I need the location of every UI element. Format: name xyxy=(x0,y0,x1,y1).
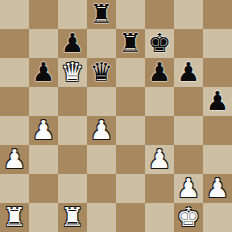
square-e6[interactable] xyxy=(116,58,145,87)
square-a8[interactable] xyxy=(0,0,29,29)
square-b6[interactable]: ♟ xyxy=(29,58,58,87)
square-h1[interactable] xyxy=(203,203,232,232)
square-h4[interactable] xyxy=(203,116,232,145)
square-c6[interactable]: ♛ xyxy=(58,58,87,87)
square-d6[interactable]: ♛ xyxy=(87,58,116,87)
square-d1[interactable] xyxy=(87,203,116,232)
square-f3[interactable]: ♟ xyxy=(145,145,174,174)
piece-white-pawn[interactable]: ♟ xyxy=(177,174,200,203)
piece-black-rook[interactable]: ♜ xyxy=(119,29,142,58)
piece-white-rook[interactable]: ♜ xyxy=(61,203,84,232)
square-h3[interactable] xyxy=(203,145,232,174)
square-c3[interactable] xyxy=(58,145,87,174)
piece-black-rook[interactable]: ♜ xyxy=(90,0,113,29)
square-g2[interactable]: ♟ xyxy=(174,174,203,203)
square-g3[interactable] xyxy=(174,145,203,174)
square-e2[interactable] xyxy=(116,174,145,203)
square-g6[interactable]: ♟ xyxy=(174,58,203,87)
square-a1[interactable]: ♜ xyxy=(0,203,29,232)
square-h2[interactable]: ♟ xyxy=(203,174,232,203)
square-f6[interactable]: ♟ xyxy=(145,58,174,87)
square-e5[interactable] xyxy=(116,87,145,116)
square-a7[interactable] xyxy=(0,29,29,58)
square-b8[interactable] xyxy=(29,0,58,29)
square-c1[interactable]: ♜ xyxy=(58,203,87,232)
square-c7[interactable]: ♟ xyxy=(58,29,87,58)
piece-black-pawn[interactable]: ♟ xyxy=(177,58,200,87)
square-g8[interactable] xyxy=(174,0,203,29)
square-e3[interactable] xyxy=(116,145,145,174)
piece-black-pawn[interactable]: ♟ xyxy=(206,87,229,116)
square-e7[interactable]: ♜ xyxy=(116,29,145,58)
piece-black-queen[interactable]: ♛ xyxy=(90,58,113,87)
square-d7[interactable] xyxy=(87,29,116,58)
square-e1[interactable] xyxy=(116,203,145,232)
square-a6[interactable] xyxy=(0,58,29,87)
piece-white-pawn[interactable]: ♟ xyxy=(3,145,26,174)
square-h6[interactable] xyxy=(203,58,232,87)
square-e8[interactable] xyxy=(116,0,145,29)
square-f5[interactable] xyxy=(145,87,174,116)
square-b2[interactable] xyxy=(29,174,58,203)
square-g4[interactable] xyxy=(174,116,203,145)
square-c4[interactable] xyxy=(58,116,87,145)
square-f1[interactable] xyxy=(145,203,174,232)
square-f7[interactable]: ♚ xyxy=(145,29,174,58)
piece-white-rook[interactable]: ♜ xyxy=(3,203,26,232)
square-b7[interactable] xyxy=(29,29,58,58)
piece-black-pawn[interactable]: ♟ xyxy=(32,58,55,87)
square-h7[interactable] xyxy=(203,29,232,58)
square-b4[interactable]: ♟ xyxy=(29,116,58,145)
square-c2[interactable] xyxy=(58,174,87,203)
square-f4[interactable] xyxy=(145,116,174,145)
square-b5[interactable] xyxy=(29,87,58,116)
square-c5[interactable] xyxy=(58,87,87,116)
square-d4[interactable]: ♟ xyxy=(87,116,116,145)
piece-white-pawn[interactable]: ♟ xyxy=(206,174,229,203)
square-f2[interactable] xyxy=(145,174,174,203)
square-g5[interactable] xyxy=(174,87,203,116)
square-d8[interactable]: ♜ xyxy=(87,0,116,29)
square-d5[interactable] xyxy=(87,87,116,116)
square-f8[interactable] xyxy=(145,0,174,29)
square-g1[interactable]: ♚ xyxy=(174,203,203,232)
piece-white-king[interactable]: ♚ xyxy=(177,203,200,232)
square-d2[interactable] xyxy=(87,174,116,203)
piece-black-pawn[interactable]: ♟ xyxy=(61,29,84,58)
piece-black-pawn[interactable]: ♟ xyxy=(148,58,171,87)
square-h8[interactable] xyxy=(203,0,232,29)
square-c8[interactable] xyxy=(58,0,87,29)
square-b3[interactable] xyxy=(29,145,58,174)
piece-white-pawn[interactable]: ♟ xyxy=(90,116,113,145)
square-a5[interactable] xyxy=(0,87,29,116)
square-a2[interactable] xyxy=(0,174,29,203)
piece-white-queen[interactable]: ♛ xyxy=(61,58,84,87)
square-d3[interactable] xyxy=(87,145,116,174)
square-e4[interactable] xyxy=(116,116,145,145)
square-a4[interactable] xyxy=(0,116,29,145)
chess-board: ♜♟♜♚♟♛♛♟♟♟♟♟♟♟♟♟♜♜♚ xyxy=(0,0,232,232)
piece-white-pawn[interactable]: ♟ xyxy=(32,116,55,145)
square-g7[interactable] xyxy=(174,29,203,58)
piece-black-king[interactable]: ♚ xyxy=(148,29,171,58)
square-b1[interactable] xyxy=(29,203,58,232)
piece-white-pawn[interactable]: ♟ xyxy=(148,145,171,174)
square-a3[interactable]: ♟ xyxy=(0,145,29,174)
square-h5[interactable]: ♟ xyxy=(203,87,232,116)
